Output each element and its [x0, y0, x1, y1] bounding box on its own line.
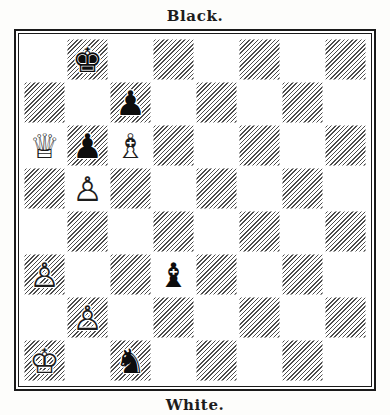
white-queen-piece: ♕ — [29, 129, 59, 163]
square-h4[interactable] — [324, 210, 367, 253]
square-g6[interactable] — [281, 124, 324, 167]
square-c3[interactable] — [109, 253, 152, 296]
white-side-label: White. — [0, 396, 390, 414]
square-a6[interactable]: ♕ — [23, 124, 66, 167]
square-e2[interactable] — [195, 296, 238, 339]
square-b3[interactable] — [66, 253, 109, 296]
black-side-label: Black. — [0, 7, 390, 25]
book-page: Black. ♚♟♕♟♗♙♙♝♙♔♞ White. — [0, 0, 390, 415]
square-d5[interactable] — [152, 167, 195, 210]
square-a5[interactable] — [23, 167, 66, 210]
square-b4[interactable] — [66, 210, 109, 253]
square-e1[interactable] — [195, 339, 238, 382]
black-bishop-piece: ♝ — [158, 258, 188, 292]
square-e7[interactable] — [195, 81, 238, 124]
square-a3[interactable]: ♙ — [23, 253, 66, 296]
black-pawn-piece: ♟ — [115, 86, 145, 120]
white-king-piece: ♔ — [29, 344, 59, 378]
square-g2[interactable] — [281, 296, 324, 339]
square-a7[interactable] — [23, 81, 66, 124]
chessboard: ♚♟♕♟♗♙♙♝♙♔♞ — [23, 38, 367, 382]
square-c7[interactable]: ♟ — [109, 81, 152, 124]
square-e5[interactable] — [195, 167, 238, 210]
square-a1[interactable]: ♔ — [23, 339, 66, 382]
square-h7[interactable] — [324, 81, 367, 124]
white-bishop-piece: ♗ — [115, 129, 145, 163]
square-f5[interactable] — [238, 167, 281, 210]
square-c1[interactable]: ♞ — [109, 339, 152, 382]
square-h1[interactable] — [324, 339, 367, 382]
square-d4[interactable] — [152, 210, 195, 253]
square-f2[interactable] — [238, 296, 281, 339]
square-g5[interactable] — [281, 167, 324, 210]
board-outer-frame: ♚♟♕♟♗♙♙♝♙♔♞ — [14, 29, 376, 391]
square-d2[interactable] — [152, 296, 195, 339]
square-g4[interactable] — [281, 210, 324, 253]
square-a4[interactable] — [23, 210, 66, 253]
square-f3[interactable] — [238, 253, 281, 296]
black-king-piece: ♚ — [72, 43, 102, 77]
square-e8[interactable] — [195, 38, 238, 81]
square-a2[interactable] — [23, 296, 66, 339]
square-b2[interactable]: ♙ — [66, 296, 109, 339]
white-pawn-piece: ♙ — [29, 258, 59, 292]
square-f6[interactable] — [238, 124, 281, 167]
square-b7[interactable] — [66, 81, 109, 124]
square-b5[interactable]: ♙ — [66, 167, 109, 210]
square-d7[interactable] — [152, 81, 195, 124]
square-h3[interactable] — [324, 253, 367, 296]
square-h2[interactable] — [324, 296, 367, 339]
square-b1[interactable] — [66, 339, 109, 382]
square-e3[interactable] — [195, 253, 238, 296]
square-h5[interactable] — [324, 167, 367, 210]
square-c5[interactable] — [109, 167, 152, 210]
square-b6[interactable]: ♟ — [66, 124, 109, 167]
square-d1[interactable] — [152, 339, 195, 382]
board-inner-frame: ♚♟♕♟♗♙♙♝♙♔♞ — [18, 33, 372, 387]
square-f4[interactable] — [238, 210, 281, 253]
square-c6[interactable]: ♗ — [109, 124, 152, 167]
square-e6[interactable] — [195, 124, 238, 167]
square-f8[interactable] — [238, 38, 281, 81]
square-e4[interactable] — [195, 210, 238, 253]
square-h6[interactable] — [324, 124, 367, 167]
square-a8[interactable] — [23, 38, 66, 81]
square-g3[interactable] — [281, 253, 324, 296]
square-g1[interactable] — [281, 339, 324, 382]
white-pawn-piece: ♙ — [72, 172, 102, 206]
white-pawn-piece: ♙ — [72, 301, 102, 335]
square-f7[interactable] — [238, 81, 281, 124]
square-c8[interactable] — [109, 38, 152, 81]
square-d3[interactable]: ♝ — [152, 253, 195, 296]
black-knight-piece: ♞ — [115, 344, 145, 378]
square-c2[interactable] — [109, 296, 152, 339]
black-pawn-piece: ♟ — [72, 129, 102, 163]
square-c4[interactable] — [109, 210, 152, 253]
square-h8[interactable] — [324, 38, 367, 81]
square-f1[interactable] — [238, 339, 281, 382]
square-b8[interactable]: ♚ — [66, 38, 109, 81]
square-d6[interactable] — [152, 124, 195, 167]
square-d8[interactable] — [152, 38, 195, 81]
square-g7[interactable] — [281, 81, 324, 124]
square-g8[interactable] — [281, 38, 324, 81]
